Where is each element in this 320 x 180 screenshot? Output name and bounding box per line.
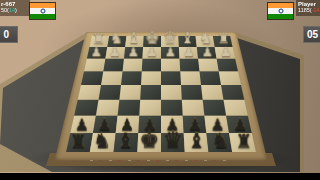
player-badge-left: r-667 50(14) <box>0 0 30 16</box>
ashoka-chakra-icon <box>278 9 283 14</box>
india-flag-left <box>29 2 56 20</box>
clock-right: 05 <box>303 26 320 43</box>
hud-overlay: r-667 50(14) Player 1185(-14 0 05 <box>0 0 320 180</box>
clock-left: 0 <box>0 26 18 43</box>
india-flag-right <box>267 2 294 20</box>
game-screen: ♜♞♝♚♛♝♞♜♟♟♟♟♟♟♟♟♟♟♟♟♟♟♟♟♜♞♝♚♛♝♞♜ r-667 5… <box>0 0 320 180</box>
ashoka-chakra-icon <box>40 9 45 14</box>
player-rating-right: 1185(-14 <box>298 7 320 13</box>
player-rating-left: 50(14) <box>1 7 29 13</box>
player-badge-right: Player 1185(-14 <box>296 0 320 16</box>
letterbox-bar <box>0 173 320 180</box>
rating-delta-right: -14 <box>312 7 320 13</box>
